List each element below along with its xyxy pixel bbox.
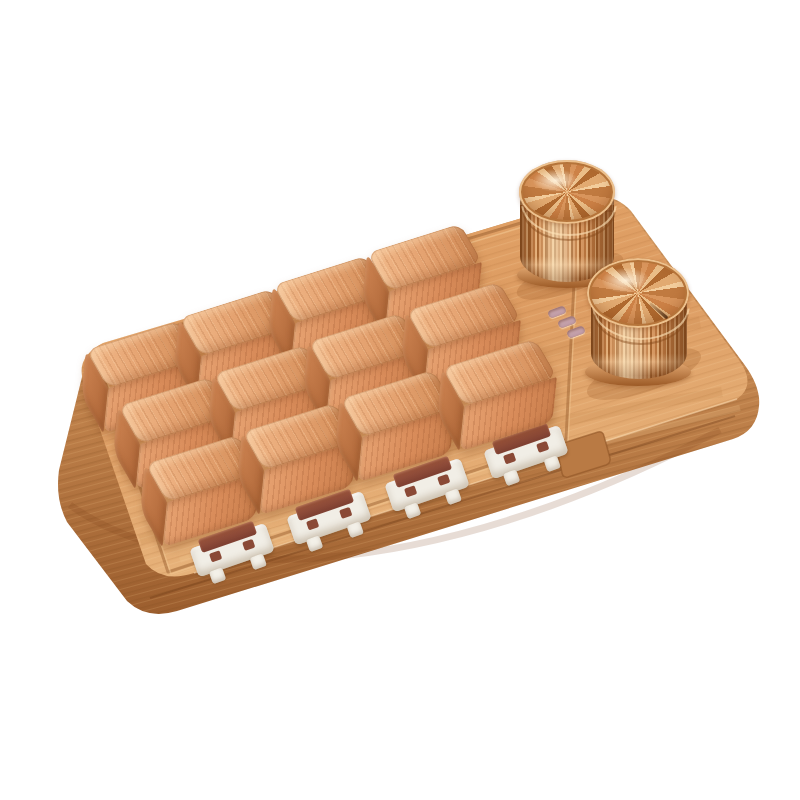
macropad-product-photo xyxy=(0,0,800,800)
knob-top-face xyxy=(587,258,689,328)
rotary-knob-2[interactable] xyxy=(587,258,691,388)
knob-top-face xyxy=(519,160,615,224)
keycap-r3c4[interactable] xyxy=(442,368,558,454)
